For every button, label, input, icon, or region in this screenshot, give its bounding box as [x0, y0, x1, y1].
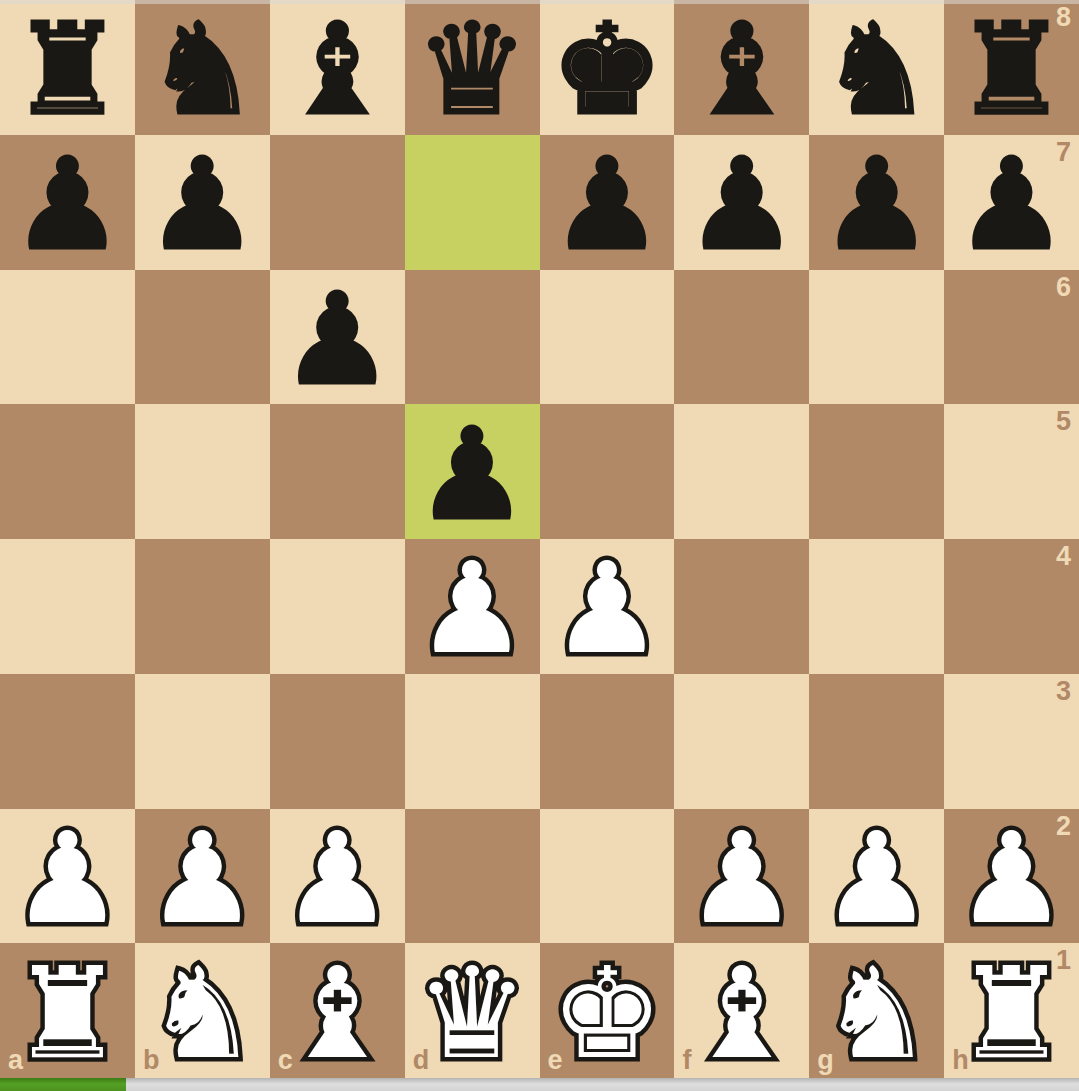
square-a2[interactable]: ♟♟ [0, 809, 135, 944]
coord-rank-6: 6 [1056, 274, 1071, 301]
piece-glyph: ♟ [11, 142, 124, 268]
piece-glyph: ♚ [550, 951, 663, 1077]
piece-glyph: ♝ [281, 951, 394, 1077]
square-c1[interactable]: c♝♝ [270, 943, 405, 1078]
square-c6[interactable]: ♟♟ [270, 270, 405, 405]
square-a4[interactable] [0, 539, 135, 674]
white-knight-g1[interactable]: ♞♞ [809, 943, 944, 1078]
piece-glyph: ♟ [955, 816, 1068, 942]
square-g7[interactable]: ♟♟ [809, 135, 944, 270]
square-f1[interactable]: f♝♝ [674, 943, 809, 1078]
piece-glyph: ♜ [955, 951, 1068, 1077]
square-d1[interactable]: d♛♛ [405, 943, 540, 1078]
square-h4[interactable]: 4 [944, 539, 1079, 674]
piece-glyph: ♜ [955, 7, 1068, 133]
piece-glyph: ♟ [955, 142, 1068, 268]
piece-glyph: ♞ [146, 7, 259, 133]
piece-glyph: ♟ [820, 142, 933, 268]
piece-glyph: ♛ [416, 951, 529, 1077]
square-e7[interactable]: ♟♟ [540, 135, 675, 270]
chess-board[interactable]: ♜♜♞♞♝♝♛♛♚♚♝♝♞♞8♜♜♟♟♟♟♟♟♟♟♟♟7♟♟♟♟6♟♟5♟♟♟♟… [0, 0, 1079, 1078]
white-bishop-c1[interactable]: ♝♝ [270, 943, 405, 1078]
piece-glyph: ♟ [416, 412, 529, 538]
square-d7[interactable] [405, 135, 540, 270]
square-a1[interactable]: a♜♜ [0, 943, 135, 1078]
white-pawn-a2[interactable]: ♟♟ [0, 809, 135, 944]
piece-glyph: ♚ [550, 7, 663, 133]
piece-glyph: ♜ [11, 7, 124, 133]
black-pawn-c6[interactable]: ♟♟ [270, 270, 405, 405]
black-knight-g8[interactable]: ♞♞ [809, 0, 944, 135]
square-b3[interactable] [135, 674, 270, 809]
square-h8[interactable]: 8♜♜ [944, 0, 1079, 135]
square-a8[interactable]: ♜♜ [0, 0, 135, 135]
square-a3[interactable] [0, 674, 135, 809]
piece-glyph: ♝ [685, 7, 798, 133]
piece-glyph: ♝ [685, 7, 798, 133]
square-b1[interactable]: b♞♞ [135, 943, 270, 1078]
square-g2[interactable]: ♟♟ [809, 809, 944, 944]
coord-rank-5: 5 [1056, 408, 1071, 435]
piece-glyph: ♟ [685, 816, 798, 942]
black-king-e8[interactable]: ♚♚ [540, 0, 675, 135]
piece-glyph: ♝ [685, 951, 798, 1077]
piece-glyph: ♟ [11, 142, 124, 268]
white-pawn-f2[interactable]: ♟♟ [674, 809, 809, 944]
piece-glyph: ♟ [281, 816, 394, 942]
piece-glyph: ♞ [820, 951, 933, 1077]
square-b2[interactable]: ♟♟ [135, 809, 270, 944]
piece-glyph: ♞ [820, 7, 933, 133]
piece-glyph: ♞ [146, 951, 259, 1077]
square-b7[interactable]: ♟♟ [135, 135, 270, 270]
piece-glyph: ♛ [416, 7, 529, 133]
piece-glyph: ♟ [550, 142, 663, 268]
black-rook-h8[interactable]: ♜♜ [944, 0, 1079, 135]
white-pawn-b2[interactable]: ♟♟ [135, 809, 270, 944]
white-rook-a1[interactable]: ♜♜ [0, 943, 135, 1078]
piece-glyph: ♝ [685, 951, 798, 1077]
piece-glyph: ♟ [146, 816, 259, 942]
square-e6[interactable] [540, 270, 675, 405]
piece-glyph: ♟ [550, 546, 663, 672]
square-g3[interactable] [809, 674, 944, 809]
white-pawn-g2[interactable]: ♟♟ [809, 809, 944, 944]
piece-glyph: ♟ [685, 816, 798, 942]
square-f8[interactable]: ♝♝ [674, 0, 809, 135]
white-king-e1[interactable]: ♚♚ [540, 943, 675, 1078]
black-pawn-e7[interactable]: ♟♟ [540, 135, 675, 270]
square-e8[interactable]: ♚♚ [540, 0, 675, 135]
square-f4[interactable] [674, 539, 809, 674]
square-h2[interactable]: 2♟♟ [944, 809, 1079, 944]
square-d5[interactable]: ♟♟ [405, 404, 540, 539]
square-e1[interactable]: e♚♚ [540, 943, 675, 1078]
square-c5[interactable] [270, 404, 405, 539]
white-pawn-e4[interactable]: ♟♟ [540, 539, 675, 674]
square-h3[interactable]: 3 [944, 674, 1079, 809]
square-d4[interactable]: ♟♟ [405, 539, 540, 674]
square-a7[interactable]: ♟♟ [0, 135, 135, 270]
piece-glyph: ♜ [11, 7, 124, 133]
square-g1[interactable]: g♞♞ [809, 943, 944, 1078]
white-bishop-f1[interactable]: ♝♝ [674, 943, 809, 1078]
square-c2[interactable]: ♟♟ [270, 809, 405, 944]
coord-rank-3: 3 [1056, 678, 1071, 705]
square-f2[interactable]: ♟♟ [674, 809, 809, 944]
square-f7[interactable]: ♟♟ [674, 135, 809, 270]
bottom-bar-gray-segment [126, 1078, 1079, 1091]
piece-glyph: ♜ [955, 951, 1068, 1077]
square-h6[interactable]: 6 [944, 270, 1079, 405]
square-d6[interactable] [405, 270, 540, 405]
piece-glyph: ♜ [955, 7, 1068, 133]
piece-glyph: ♜ [11, 951, 124, 1077]
piece-glyph: ♟ [281, 277, 394, 403]
square-f6[interactable] [674, 270, 809, 405]
white-knight-b1[interactable]: ♞♞ [135, 943, 270, 1078]
square-c7[interactable] [270, 135, 405, 270]
piece-glyph: ♟ [11, 816, 124, 942]
white-rook-h1[interactable]: ♜♜ [944, 943, 1079, 1078]
square-d8[interactable]: ♛♛ [405, 0, 540, 135]
piece-glyph: ♟ [146, 142, 259, 268]
piece-glyph: ♟ [550, 546, 663, 672]
white-queen-d1[interactable]: ♛♛ [405, 943, 540, 1078]
black-knight-b8[interactable]: ♞♞ [135, 0, 270, 135]
chess-app-page: ♜♜♞♞♝♝♛♛♚♚♝♝♞♞8♜♜♟♟♟♟♟♟♟♟♟♟7♟♟♟♟6♟♟5♟♟♟♟… [0, 0, 1079, 1091]
piece-glyph: ♟ [955, 816, 1068, 942]
piece-glyph: ♟ [146, 142, 259, 268]
black-bishop-f8[interactable]: ♝♝ [674, 0, 809, 135]
piece-glyph: ♜ [11, 951, 124, 1077]
square-c4[interactable] [270, 539, 405, 674]
black-pawn-f7[interactable]: ♟♟ [674, 135, 809, 270]
square-b6[interactable] [135, 270, 270, 405]
square-c8[interactable]: ♝♝ [270, 0, 405, 135]
piece-glyph: ♟ [820, 816, 933, 942]
piece-glyph: ♞ [820, 951, 933, 1077]
square-g8[interactable]: ♞♞ [809, 0, 944, 135]
black-pawn-g7[interactable]: ♟♟ [809, 135, 944, 270]
square-g4[interactable] [809, 539, 944, 674]
bottom-bar [0, 1078, 1079, 1091]
square-h5[interactable]: 5 [944, 404, 1079, 539]
piece-glyph: ♛ [416, 951, 529, 1077]
piece-glyph: ♟ [550, 142, 663, 268]
piece-glyph: ♟ [281, 816, 394, 942]
square-d3[interactable] [405, 674, 540, 809]
piece-glyph: ♟ [11, 816, 124, 942]
piece-glyph: ♟ [820, 816, 933, 942]
piece-glyph: ♟ [416, 546, 529, 672]
square-f3[interactable] [674, 674, 809, 809]
square-a6[interactable] [0, 270, 135, 405]
piece-glyph: ♟ [416, 546, 529, 672]
black-pawn-b7[interactable]: ♟♟ [135, 135, 270, 270]
white-pawn-c2[interactable]: ♟♟ [270, 809, 405, 944]
square-g5[interactable] [809, 404, 944, 539]
square-h1[interactable]: 1h♜♜ [944, 943, 1079, 1078]
piece-glyph: ♟ [416, 412, 529, 538]
white-pawn-d4[interactable]: ♟♟ [405, 539, 540, 674]
black-rook-a8[interactable]: ♜♜ [0, 0, 135, 135]
piece-glyph: ♟ [820, 142, 933, 268]
square-e4[interactable]: ♟♟ [540, 539, 675, 674]
white-pawn-h2[interactable]: ♟♟ [944, 809, 1079, 944]
square-g6[interactable] [809, 270, 944, 405]
square-b8[interactable]: ♞♞ [135, 0, 270, 135]
piece-glyph: ♟ [146, 816, 259, 942]
piece-glyph: ♟ [281, 277, 394, 403]
piece-glyph: ♞ [146, 951, 259, 1077]
piece-glyph: ♛ [416, 7, 529, 133]
square-h7[interactable]: 7♟♟ [944, 135, 1079, 270]
piece-glyph: ♞ [146, 7, 259, 133]
piece-glyph: ♝ [281, 7, 394, 133]
square-e2[interactable] [540, 809, 675, 944]
black-pawn-a7[interactable]: ♟♟ [0, 135, 135, 270]
black-pawn-h7[interactable]: ♟♟ [944, 135, 1079, 270]
square-b4[interactable] [135, 539, 270, 674]
square-f5[interactable] [674, 404, 809, 539]
square-e3[interactable] [540, 674, 675, 809]
piece-glyph: ♟ [955, 142, 1068, 268]
piece-glyph: ♝ [281, 951, 394, 1077]
square-e5[interactable] [540, 404, 675, 539]
black-queen-d8[interactable]: ♛♛ [405, 0, 540, 135]
piece-glyph: ♚ [550, 951, 663, 1077]
square-c3[interactable] [270, 674, 405, 809]
piece-glyph: ♟ [685, 142, 798, 268]
piece-glyph: ♚ [550, 7, 663, 133]
piece-glyph: ♞ [820, 7, 933, 133]
black-bishop-c8[interactable]: ♝♝ [270, 0, 405, 135]
coord-rank-4: 4 [1056, 543, 1071, 570]
square-b5[interactable] [135, 404, 270, 539]
piece-glyph: ♝ [281, 7, 394, 133]
piece-glyph: ♟ [685, 142, 798, 268]
black-pawn-d5[interactable]: ♟♟ [405, 404, 540, 539]
bottom-bar-green-segment [0, 1078, 126, 1091]
square-d2[interactable] [405, 809, 540, 944]
square-a5[interactable] [0, 404, 135, 539]
